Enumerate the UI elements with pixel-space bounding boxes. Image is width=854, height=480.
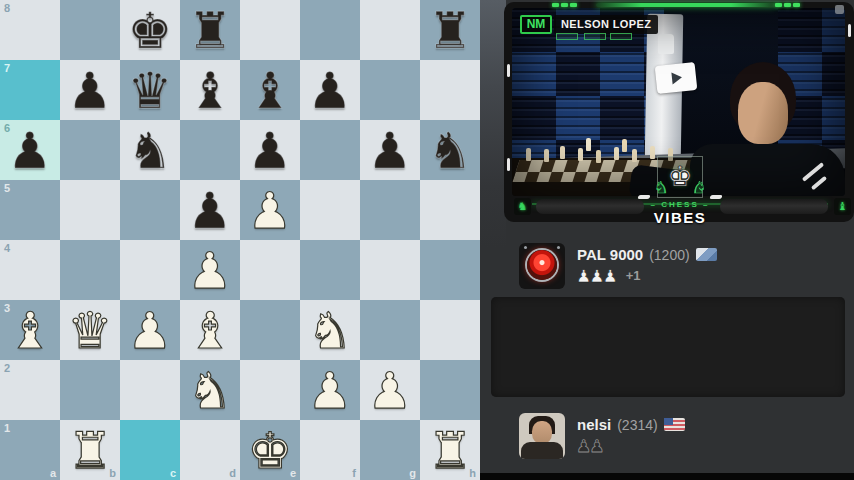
square-g2[interactable]: ♟	[360, 360, 420, 420]
captured-pawn-icon: ♟	[589, 436, 602, 456]
rank-label-8: 8	[4, 2, 10, 14]
square-g7[interactable]	[360, 60, 420, 120]
square-b4[interactable]	[60, 240, 120, 300]
black-pawn[interactable]: ♟	[60, 60, 120, 120]
frame-corner-icon	[835, 5, 844, 14]
black-knight[interactable]: ♞	[120, 120, 180, 180]
square-b8[interactable]	[60, 0, 120, 60]
square-g5[interactable]	[360, 180, 420, 240]
square-d2[interactable]: ♞	[180, 360, 240, 420]
frame-tick-left-2	[507, 158, 510, 171]
white-rook[interactable]: ♜	[420, 420, 480, 480]
logo-text-vibes: VIBES	[642, 209, 718, 226]
black-pawn[interactable]: ♟	[240, 120, 300, 180]
square-f5[interactable]	[300, 180, 360, 240]
captured-pawn-icon: ♟	[576, 266, 589, 286]
square-a6[interactable]: 6♟	[0, 120, 60, 180]
logo-knight-right-icon: ♞	[692, 180, 706, 196]
white-pawn[interactable]: ♟	[180, 240, 240, 300]
square-f6[interactable]	[300, 120, 360, 180]
material-score: +1	[626, 268, 641, 283]
square-d1[interactable]: d	[180, 420, 240, 480]
banner-knight-icon: ♞	[514, 198, 531, 215]
square-a4[interactable]: 4	[0, 240, 60, 300]
square-h1[interactable]: h♜	[420, 420, 480, 480]
logo-emblem: ♞ ♚ ♞	[657, 156, 703, 198]
rank-label-7: 7	[4, 62, 10, 74]
square-h5[interactable]	[420, 180, 480, 240]
player-bottom-rating: (2314)	[617, 417, 657, 433]
captured-pieces-top: ♟♟♟+1	[576, 266, 641, 286]
square-e1[interactable]: e♚	[240, 420, 300, 480]
avatar-pal9000[interactable]	[519, 243, 565, 289]
white-queen[interactable]: ♛	[60, 300, 120, 360]
player-bottom-row[interactable]: nelsi (2314)	[577, 416, 685, 433]
captured-pieces-bottom: ♟♟	[576, 436, 603, 456]
square-b6[interactable]	[60, 120, 120, 180]
us-flag-icon	[664, 418, 685, 431]
logo-text-chess: CHESS	[642, 200, 718, 209]
square-d7[interactable]: ♝	[180, 60, 240, 120]
white-pawn[interactable]: ♟	[360, 360, 420, 420]
square-g4[interactable]	[360, 240, 420, 300]
square-e6[interactable]: ♟	[240, 120, 300, 180]
square-e4[interactable]	[240, 240, 300, 300]
square-g3[interactable]	[360, 300, 420, 360]
square-c3[interactable]: ♟	[120, 300, 180, 360]
banner-bishop-icon: ♝	[834, 198, 851, 215]
file-label-a: a	[50, 467, 56, 479]
square-c5[interactable]	[120, 180, 180, 240]
square-g6[interactable]: ♟	[360, 120, 420, 180]
green-dash	[784, 3, 791, 7]
square-d6[interactable]	[180, 120, 240, 180]
green-dash	[570, 3, 577, 7]
square-b2[interactable]	[60, 360, 120, 420]
avatar-face	[532, 421, 552, 444]
black-rook[interactable]: ♜	[420, 0, 480, 60]
white-pawn[interactable]: ♟	[240, 180, 300, 240]
white-bishop[interactable]: ♝	[0, 300, 60, 360]
square-e2[interactable]	[240, 360, 300, 420]
square-b1[interactable]: b♜	[60, 420, 120, 480]
square-f2[interactable]: ♟	[300, 360, 360, 420]
green-dash	[793, 3, 800, 7]
square-f3[interactable]: ♞	[300, 300, 360, 360]
file-label-c: c	[170, 467, 176, 479]
banner-bar-right	[720, 199, 828, 214]
square-c2[interactable]	[120, 360, 180, 420]
square-b7[interactable]: ♟	[60, 60, 120, 120]
white-pawn[interactable]: ♟	[120, 300, 180, 360]
square-h3[interactable]	[420, 300, 480, 360]
square-c4[interactable]	[120, 240, 180, 300]
square-a1[interactable]: 1a	[0, 420, 60, 480]
black-queen[interactable]: ♛	[120, 60, 180, 120]
square-h6[interactable]: ♞	[420, 120, 480, 180]
square-f1[interactable]: f	[300, 420, 360, 480]
square-a3[interactable]: 3♝	[0, 300, 60, 360]
file-label-f: f	[352, 467, 356, 479]
frame-tick-right	[848, 24, 851, 37]
square-e3[interactable]	[240, 300, 300, 360]
hal-9000-eye-icon	[527, 250, 557, 280]
black-bishop[interactable]: ♝	[180, 60, 240, 120]
square-b5[interactable]	[60, 180, 120, 240]
player-bottom-name[interactable]: nelsi	[577, 416, 611, 433]
frame-tick-left-1	[507, 64, 510, 77]
rank-label-1: 1	[4, 422, 10, 434]
banner-bar-left	[536, 199, 644, 214]
move-list-box	[491, 297, 845, 397]
white-bishop[interactable]: ♝	[180, 300, 240, 360]
green-outline-dash	[610, 33, 632, 40]
top-green-bar	[596, 3, 776, 7]
file-label-g: g	[409, 467, 416, 479]
panel-edge-strip	[480, 0, 506, 248]
streamer-title-badge: NM NELSON LOPEZ	[520, 15, 658, 34]
avatar-shirt	[521, 442, 563, 459]
green-outline-dash	[584, 33, 606, 40]
player-top-rating: (1200)	[649, 247, 689, 263]
square-h2[interactable]	[420, 360, 480, 420]
square-a7[interactable]: 7	[0, 60, 60, 120]
square-f8[interactable]	[300, 0, 360, 60]
green-dash	[561, 3, 568, 7]
square-a5[interactable]: 5	[0, 180, 60, 240]
app-root: 8♚♜♜7♟♛♝♝♟6♟♞♟♟♞5♟♟4♟3♝♛♟♝♞2♞♟♟1ab♜cde♚f…	[0, 0, 854, 480]
square-d8[interactable]: ♜	[180, 0, 240, 60]
avatar-nelsi[interactable]	[519, 413, 565, 459]
square-h7[interactable]	[420, 60, 480, 120]
player-top-row[interactable]: PAL 9000 (1200)	[577, 246, 717, 263]
square-d3[interactable]: ♝	[180, 300, 240, 360]
black-bishop[interactable]: ♝	[240, 60, 300, 120]
avatar-reflection-dot	[557, 246, 560, 249]
square-e7[interactable]: ♝	[240, 60, 300, 120]
black-pawn[interactable]: ♟	[360, 120, 420, 180]
panel-bottom-strip	[480, 473, 854, 480]
white-pawn[interactable]: ♟	[300, 360, 360, 420]
rank-label-4: 4	[4, 242, 10, 254]
white-knight[interactable]: ♞	[180, 360, 240, 420]
white-knight[interactable]: ♞	[300, 300, 360, 360]
square-e8[interactable]	[240, 0, 300, 60]
square-f4[interactable]	[300, 240, 360, 300]
square-g8[interactable]	[360, 0, 420, 60]
black-rook[interactable]: ♜	[180, 0, 240, 60]
captured-pawn-icon: ♟	[603, 266, 616, 286]
green-dash	[552, 3, 559, 7]
captured-pawn-icon: ♟	[589, 266, 602, 286]
square-c7[interactable]: ♛	[120, 60, 180, 120]
black-pawn[interactable]: ♟	[180, 180, 240, 240]
rank-label-5: 5	[4, 182, 10, 194]
avatar-reflection-dot	[524, 246, 527, 249]
square-c6[interactable]: ♞	[120, 120, 180, 180]
square-c1[interactable]: c	[120, 420, 180, 480]
square-h4[interactable]	[420, 240, 480, 300]
rank-label-2: 2	[4, 362, 10, 374]
square-g1[interactable]: g	[360, 420, 420, 480]
square-f7[interactable]: ♟	[300, 60, 360, 120]
chess-vibes-logo: ♞ ♚ ♞ CHESS VIBES	[642, 156, 718, 226]
square-e5[interactable]: ♟	[240, 180, 300, 240]
player-top-name[interactable]: PAL 9000	[577, 246, 643, 263]
chess-board[interactable]: 8♚♜♜7♟♛♝♝♟6♟♞♟♟♞5♟♟4♟3♝♛♟♝♞2♞♟♟1ab♜cde♚f…	[0, 0, 480, 480]
black-king[interactable]: ♚	[120, 0, 180, 60]
white-king[interactable]: ♚	[240, 420, 300, 480]
bot-flag-icon	[696, 248, 717, 261]
black-pawn[interactable]: ♟	[0, 120, 60, 180]
right-panel: ♞ ♝ NM NELSON LOPEZ ♞ ♚ ♞ CHESS VIBE	[480, 0, 854, 480]
file-label-d: d	[229, 467, 236, 479]
captured-pawn-icon: ♟	[576, 436, 589, 456]
square-a8[interactable]: 8	[0, 0, 60, 60]
black-knight[interactable]: ♞	[420, 120, 480, 180]
square-b3[interactable]: ♛	[60, 300, 120, 360]
square-a2[interactable]: 2	[0, 360, 60, 420]
square-d5[interactable]: ♟	[180, 180, 240, 240]
black-pawn[interactable]: ♟	[300, 60, 360, 120]
square-c8[interactable]: ♚	[120, 0, 180, 60]
nm-title-badge: NM	[520, 15, 552, 34]
square-h8[interactable]: ♜	[420, 0, 480, 60]
streamer-name-label: NELSON LOPEZ	[554, 15, 658, 34]
green-dash	[775, 3, 782, 7]
white-rook[interactable]: ♜	[60, 420, 120, 480]
green-outline-dash	[556, 33, 578, 40]
square-d4[interactable]: ♟	[180, 240, 240, 300]
